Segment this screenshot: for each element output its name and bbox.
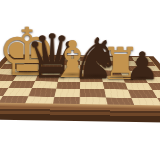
pieces-layer: ♚♛♝♞♜♟ — [0, 0, 160, 160]
piece-black-pawn: ♟ — [123, 47, 160, 85]
chess-photo: ♚♛♝♞♜♟ — [0, 0, 160, 160]
